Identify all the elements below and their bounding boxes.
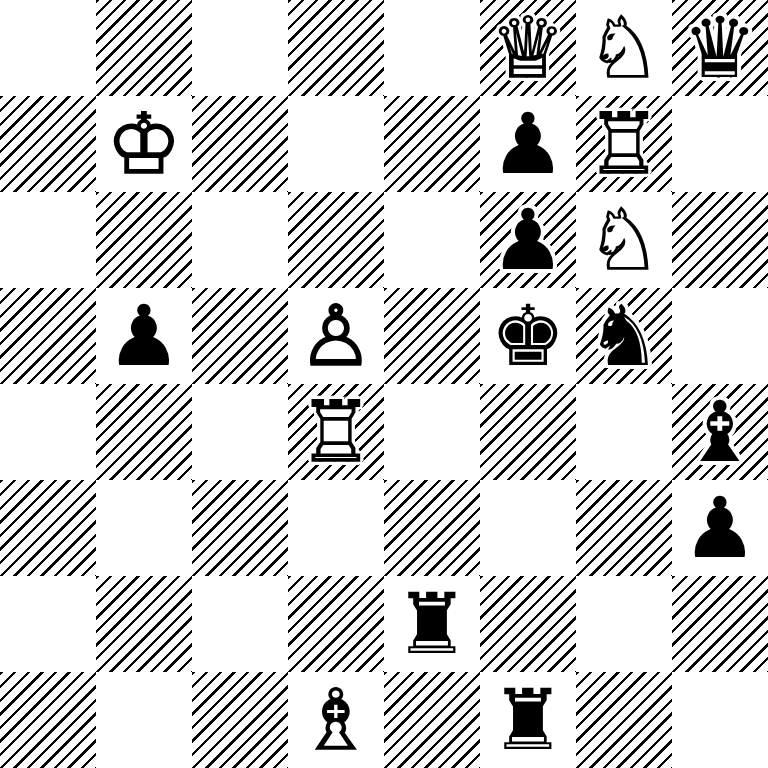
square-e1[interactable] bbox=[384, 672, 480, 768]
square-b2[interactable] bbox=[96, 576, 192, 672]
piece-glyph: ♟ bbox=[672, 480, 768, 576]
square-c5[interactable] bbox=[192, 288, 288, 384]
piece-glyph: ♗ bbox=[288, 672, 384, 768]
piece-glyph: ♟ bbox=[480, 192, 576, 288]
square-e8[interactable] bbox=[384, 0, 480, 96]
piece-black-queen[interactable]: ♛♛ bbox=[672, 0, 768, 96]
piece-glyph: ♚ bbox=[480, 288, 576, 384]
square-d7[interactable] bbox=[288, 96, 384, 192]
piece-black-pawn[interactable]: ♟♟ bbox=[96, 288, 192, 384]
square-f2[interactable] bbox=[480, 576, 576, 672]
square-d6[interactable] bbox=[288, 192, 384, 288]
piece-white-king[interactable]: ♚♔ bbox=[96, 96, 192, 192]
piece-black-pawn[interactable]: ♟♟ bbox=[480, 192, 576, 288]
square-g8[interactable]: ♞♘ bbox=[576, 0, 672, 96]
piece-glyph: ♜ bbox=[480, 672, 576, 768]
piece-glyph: ♕ bbox=[480, 0, 576, 96]
square-a2[interactable] bbox=[0, 576, 96, 672]
piece-glyph: ♟ bbox=[96, 288, 192, 384]
square-c3[interactable] bbox=[192, 480, 288, 576]
square-a4[interactable] bbox=[0, 384, 96, 480]
square-e7[interactable] bbox=[384, 96, 480, 192]
square-d8[interactable] bbox=[288, 0, 384, 96]
piece-white-queen[interactable]: ♛♕ bbox=[480, 0, 576, 96]
square-b3[interactable] bbox=[96, 480, 192, 576]
square-g1[interactable] bbox=[576, 672, 672, 768]
square-g3[interactable] bbox=[576, 480, 672, 576]
piece-white-pawn[interactable]: ♟♙ bbox=[288, 288, 384, 384]
square-h1[interactable] bbox=[672, 672, 768, 768]
square-a1[interactable] bbox=[0, 672, 96, 768]
square-a3[interactable] bbox=[0, 480, 96, 576]
square-f1[interactable]: ♜♜ bbox=[480, 672, 576, 768]
square-g4[interactable] bbox=[576, 384, 672, 480]
square-c1[interactable] bbox=[192, 672, 288, 768]
square-h4[interactable]: ♝♝ bbox=[672, 384, 768, 480]
piece-glyph: ♘ bbox=[576, 0, 672, 96]
square-c6[interactable] bbox=[192, 192, 288, 288]
square-h3[interactable]: ♟♟ bbox=[672, 480, 768, 576]
square-e6[interactable] bbox=[384, 192, 480, 288]
square-f7[interactable]: ♟♟ bbox=[480, 96, 576, 192]
square-c4[interactable] bbox=[192, 384, 288, 480]
square-d2[interactable] bbox=[288, 576, 384, 672]
square-e2[interactable]: ♜♜ bbox=[384, 576, 480, 672]
square-e5[interactable] bbox=[384, 288, 480, 384]
piece-white-rook[interactable]: ♜♖ bbox=[576, 96, 672, 192]
piece-white-bishop[interactable]: ♝♗ bbox=[288, 672, 384, 768]
square-a6[interactable] bbox=[0, 192, 96, 288]
square-c8[interactable] bbox=[192, 0, 288, 96]
piece-glyph: ♖ bbox=[288, 384, 384, 480]
square-c7[interactable] bbox=[192, 96, 288, 192]
square-b7[interactable]: ♚♔ bbox=[96, 96, 192, 192]
square-f3[interactable] bbox=[480, 480, 576, 576]
square-e4[interactable] bbox=[384, 384, 480, 480]
square-g5[interactable]: ♞♞ bbox=[576, 288, 672, 384]
piece-black-pawn[interactable]: ♟♟ bbox=[672, 480, 768, 576]
square-b4[interactable] bbox=[96, 384, 192, 480]
piece-white-rook[interactable]: ♜♖ bbox=[288, 384, 384, 480]
square-f6[interactable]: ♟♟ bbox=[480, 192, 576, 288]
square-g2[interactable] bbox=[576, 576, 672, 672]
square-b5[interactable]: ♟♟ bbox=[96, 288, 192, 384]
piece-glyph: ♞ bbox=[576, 288, 672, 384]
piece-glyph: ♟ bbox=[480, 96, 576, 192]
square-g6[interactable]: ♞♘ bbox=[576, 192, 672, 288]
square-d1[interactable]: ♝♗ bbox=[288, 672, 384, 768]
square-f4[interactable] bbox=[480, 384, 576, 480]
square-f8[interactable]: ♛♕ bbox=[480, 0, 576, 96]
piece-black-king[interactable]: ♚♚ bbox=[480, 288, 576, 384]
square-h7[interactable] bbox=[672, 96, 768, 192]
piece-glyph: ♙ bbox=[288, 288, 384, 384]
piece-white-knight[interactable]: ♞♘ bbox=[576, 192, 672, 288]
piece-glyph: ♘ bbox=[576, 192, 672, 288]
piece-white-knight[interactable]: ♞♘ bbox=[576, 0, 672, 96]
chess-board: ♛♕♞♘♛♛♚♔♟♟♜♖♟♟♞♘♟♟♟♙♚♚♞♞♜♖♝♝♟♟♜♜♝♗♜♜ bbox=[0, 0, 768, 768]
square-f5[interactable]: ♚♚ bbox=[480, 288, 576, 384]
piece-glyph: ♝ bbox=[672, 384, 768, 480]
piece-glyph: ♜ bbox=[384, 576, 480, 672]
square-e3[interactable] bbox=[384, 480, 480, 576]
square-b6[interactable] bbox=[96, 192, 192, 288]
square-g7[interactable]: ♜♖ bbox=[576, 96, 672, 192]
square-h5[interactable] bbox=[672, 288, 768, 384]
piece-black-rook[interactable]: ♜♜ bbox=[384, 576, 480, 672]
piece-glyph: ♖ bbox=[576, 96, 672, 192]
square-a8[interactable] bbox=[0, 0, 96, 96]
square-b1[interactable] bbox=[96, 672, 192, 768]
square-h2[interactable] bbox=[672, 576, 768, 672]
piece-glyph: ♔ bbox=[96, 96, 192, 192]
piece-black-knight[interactable]: ♞♞ bbox=[576, 288, 672, 384]
square-h8[interactable]: ♛♛ bbox=[672, 0, 768, 96]
piece-glyph: ♛ bbox=[672, 0, 768, 96]
piece-black-bishop[interactable]: ♝♝ bbox=[672, 384, 768, 480]
square-d3[interactable] bbox=[288, 480, 384, 576]
square-d4[interactable]: ♜♖ bbox=[288, 384, 384, 480]
square-a7[interactable] bbox=[0, 96, 96, 192]
piece-black-rook[interactable]: ♜♜ bbox=[480, 672, 576, 768]
square-a5[interactable] bbox=[0, 288, 96, 384]
square-h6[interactable] bbox=[672, 192, 768, 288]
square-d5[interactable]: ♟♙ bbox=[288, 288, 384, 384]
square-c2[interactable] bbox=[192, 576, 288, 672]
piece-black-pawn[interactable]: ♟♟ bbox=[480, 96, 576, 192]
square-b8[interactable] bbox=[96, 0, 192, 96]
